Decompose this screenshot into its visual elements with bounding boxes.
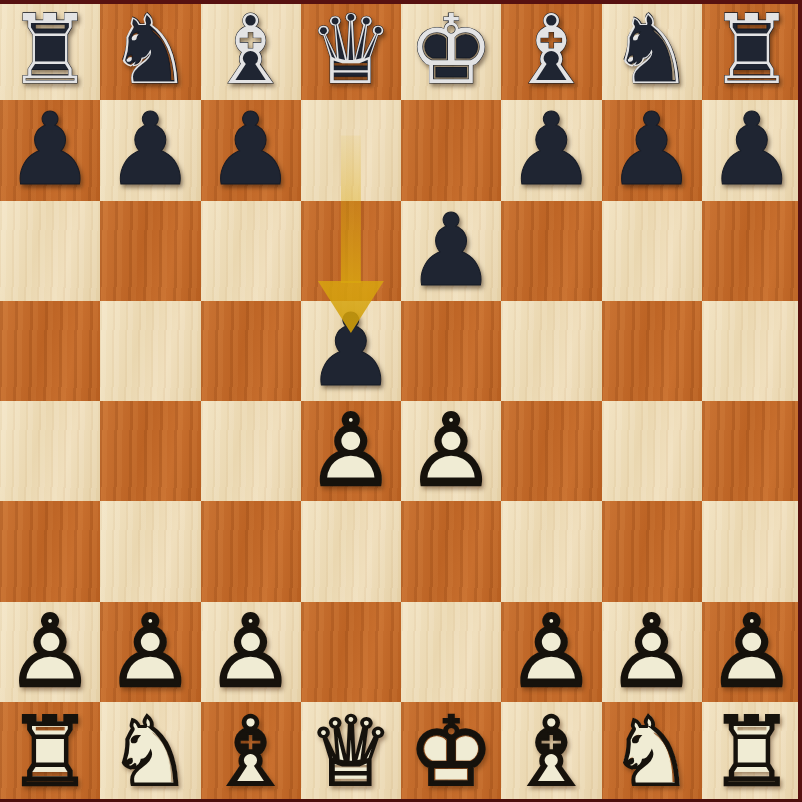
piece-white-pawn[interactable]: ♟♙ <box>602 602 702 702</box>
piece-black-bishop[interactable]: ♝♗ <box>501 0 601 100</box>
piece-black-pawn[interactable]: ♟ <box>401 201 501 301</box>
square-c3[interactable] <box>201 501 301 601</box>
piece-white-pawn[interactable]: ♟♙ <box>501 602 601 702</box>
piece-white-pawn[interactable]: ♟♙ <box>301 401 401 501</box>
white-knight-outline: ♘ <box>602 702 702 802</box>
black-pawn-glyph: ♟ <box>501 100 601 200</box>
piece-white-bishop[interactable]: ♝♗ <box>501 702 601 802</box>
piece-white-knight[interactable]: ♞♘ <box>100 702 200 802</box>
square-h2[interactable]: ♟♙ <box>702 602 802 702</box>
square-g7[interactable]: ♟ <box>602 100 702 200</box>
black-pawn-glyph: ♟ <box>201 100 301 200</box>
white-rook-outline: ♖ <box>0 702 100 802</box>
square-g4[interactable] <box>602 401 702 501</box>
chess-board-container: ♜♖♞♘♝♗♛♕♚♔♝♗♞♘♜♖♟♟♟♟♟♟♟♟♟♙♟♙♟♙♟♙♟♙♟♙♟♙♟♙… <box>0 0 802 802</box>
white-pawn-outline: ♙ <box>501 602 601 702</box>
square-b7[interactable]: ♟ <box>100 100 200 200</box>
square-d4[interactable]: ♟♙ <box>301 401 401 501</box>
black-pawn-glyph: ♟ <box>602 100 702 200</box>
square-a6[interactable] <box>0 201 100 301</box>
square-a8[interactable]: ♜♖ <box>0 0 100 100</box>
white-knight-outline: ♘ <box>100 702 200 802</box>
square-g1[interactable]: ♞♘ <box>602 702 702 802</box>
square-c7[interactable]: ♟ <box>201 100 301 200</box>
piece-black-rook[interactable]: ♜♖ <box>702 0 802 100</box>
square-g6[interactable] <box>602 201 702 301</box>
piece-black-rook[interactable]: ♜♖ <box>0 0 100 100</box>
square-c6[interactable] <box>201 201 301 301</box>
square-b2[interactable]: ♟♙ <box>100 602 200 702</box>
square-h7[interactable]: ♟ <box>702 100 802 200</box>
black-bishop-outline: ♗ <box>501 0 601 100</box>
square-c4[interactable] <box>201 401 301 501</box>
square-a2[interactable]: ♟♙ <box>0 602 100 702</box>
piece-black-pawn[interactable]: ♟ <box>100 100 200 200</box>
black-pawn-glyph: ♟ <box>301 301 401 401</box>
square-f4[interactable] <box>501 401 601 501</box>
piece-black-king[interactable]: ♚♔ <box>401 0 501 100</box>
black-knight-outline: ♘ <box>602 0 702 100</box>
white-rook-outline: ♖ <box>702 702 802 802</box>
black-pawn-glyph: ♟ <box>401 201 501 301</box>
piece-black-pawn[interactable]: ♟ <box>702 100 802 200</box>
white-pawn-outline: ♙ <box>100 602 200 702</box>
square-f1[interactable]: ♝♗ <box>501 702 601 802</box>
black-pawn-glyph: ♟ <box>100 100 200 200</box>
square-h1[interactable]: ♜♖ <box>702 702 802 802</box>
square-d6[interactable] <box>301 201 401 301</box>
black-rook-outline: ♖ <box>702 0 802 100</box>
white-pawn-outline: ♙ <box>602 602 702 702</box>
square-b6[interactable] <box>100 201 200 301</box>
square-g2[interactable]: ♟♙ <box>602 602 702 702</box>
square-d7[interactable] <box>301 100 401 200</box>
white-pawn-outline: ♙ <box>401 401 501 501</box>
piece-white-knight[interactable]: ♞♘ <box>602 702 702 802</box>
square-a4[interactable] <box>0 401 100 501</box>
square-d5[interactable]: ♟ <box>301 301 401 401</box>
square-e7[interactable] <box>401 100 501 200</box>
square-g5[interactable] <box>602 301 702 401</box>
white-queen-outline: ♕ <box>301 702 401 802</box>
square-a1[interactable]: ♜♖ <box>0 702 100 802</box>
square-g8[interactable]: ♞♘ <box>602 0 702 100</box>
square-e6[interactable]: ♟ <box>401 201 501 301</box>
square-c2[interactable]: ♟♙ <box>201 602 301 702</box>
square-h8[interactable]: ♜♖ <box>702 0 802 100</box>
piece-white-pawn[interactable]: ♟♙ <box>201 602 301 702</box>
white-pawn-outline: ♙ <box>301 401 401 501</box>
black-pawn-glyph: ♟ <box>0 100 100 200</box>
white-pawn-outline: ♙ <box>702 602 802 702</box>
square-c5[interactable] <box>201 301 301 401</box>
square-b4[interactable] <box>100 401 200 501</box>
black-pawn-glyph: ♟ <box>702 100 802 200</box>
square-e8[interactable]: ♚♔ <box>401 0 501 100</box>
square-f8[interactable]: ♝♗ <box>501 0 601 100</box>
black-bishop-outline: ♗ <box>201 0 301 100</box>
piece-white-pawn[interactable]: ♟♙ <box>401 401 501 501</box>
piece-white-pawn[interactable]: ♟♙ <box>702 602 802 702</box>
piece-black-pawn[interactable]: ♟ <box>201 100 301 200</box>
square-e5[interactable] <box>401 301 501 401</box>
square-g3[interactable] <box>602 501 702 601</box>
piece-black-knight[interactable]: ♞♘ <box>100 0 200 100</box>
board: ♜♖♞♘♝♗♛♕♚♔♝♗♞♘♜♖♟♟♟♟♟♟♟♟♟♙♟♙♟♙♟♙♟♙♟♙♟♙♟♙… <box>0 0 802 802</box>
square-h6[interactable] <box>702 201 802 301</box>
white-pawn-outline: ♙ <box>201 602 301 702</box>
black-knight-outline: ♘ <box>100 0 200 100</box>
white-pawn-outline: ♙ <box>0 602 100 702</box>
black-queen-outline: ♕ <box>301 0 401 100</box>
square-d1[interactable]: ♛♕ <box>301 702 401 802</box>
piece-black-knight[interactable]: ♞♘ <box>602 0 702 100</box>
square-f6[interactable] <box>501 201 601 301</box>
white-bishop-outline: ♗ <box>201 702 301 802</box>
piece-white-bishop[interactable]: ♝♗ <box>201 702 301 802</box>
piece-black-pawn[interactable]: ♟ <box>501 100 601 200</box>
square-c8[interactable]: ♝♗ <box>201 0 301 100</box>
square-e2[interactable] <box>401 602 501 702</box>
square-e3[interactable] <box>401 501 501 601</box>
square-f3[interactable] <box>501 501 601 601</box>
piece-black-pawn[interactable]: ♟ <box>301 301 401 401</box>
square-b5[interactable] <box>100 301 200 401</box>
square-f5[interactable] <box>501 301 601 401</box>
white-bishop-outline: ♗ <box>501 702 601 802</box>
piece-black-queen[interactable]: ♛♕ <box>301 0 401 100</box>
square-b8[interactable]: ♞♘ <box>100 0 200 100</box>
square-a7[interactable]: ♟ <box>0 100 100 200</box>
black-king-outline: ♔ <box>401 0 501 100</box>
piece-black-pawn[interactable]: ♟ <box>602 100 702 200</box>
square-c1[interactable]: ♝♗ <box>201 702 301 802</box>
piece-black-bishop[interactable]: ♝♗ <box>201 0 301 100</box>
piece-white-pawn[interactable]: ♟♙ <box>100 602 200 702</box>
square-a3[interactable] <box>0 501 100 601</box>
square-h5[interactable] <box>702 301 802 401</box>
square-f2[interactable]: ♟♙ <box>501 602 601 702</box>
square-d3[interactable] <box>301 501 401 601</box>
square-f7[interactable]: ♟ <box>501 100 601 200</box>
piece-white-queen[interactable]: ♛♕ <box>301 702 401 802</box>
square-a5[interactable] <box>0 301 100 401</box>
piece-white-pawn[interactable]: ♟♙ <box>0 602 100 702</box>
square-d2[interactable] <box>301 602 401 702</box>
piece-white-rook[interactable]: ♜♖ <box>702 702 802 802</box>
piece-black-pawn[interactable]: ♟ <box>0 100 100 200</box>
square-b1[interactable]: ♞♘ <box>100 702 200 802</box>
square-e4[interactable]: ♟♙ <box>401 401 501 501</box>
square-h4[interactable] <box>702 401 802 501</box>
piece-white-king[interactable]: ♚♔ <box>401 702 501 802</box>
square-e1[interactable]: ♚♔ <box>401 702 501 802</box>
square-b3[interactable] <box>100 501 200 601</box>
white-king-outline: ♔ <box>401 702 501 802</box>
piece-white-rook[interactable]: ♜♖ <box>0 702 100 802</box>
square-d8[interactable]: ♛♕ <box>301 0 401 100</box>
square-h3[interactable] <box>702 501 802 601</box>
black-rook-outline: ♖ <box>0 0 100 100</box>
